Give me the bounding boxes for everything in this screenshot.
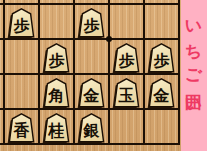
piece-pawn: 歩 bbox=[147, 43, 176, 73]
grid-line-horizontal bbox=[0, 38, 180, 40]
piece-gold: 金 bbox=[77, 78, 106, 108]
shogi-castle-diagram: 歩歩歩歩歩角金玉金香桂銀 いちご囲い bbox=[0, 0, 207, 151]
svg-text:歩: 歩 bbox=[48, 51, 65, 70]
piece-gold: 金 bbox=[147, 78, 176, 108]
svg-text:銀: 銀 bbox=[83, 121, 100, 140]
svg-text:玉: 玉 bbox=[118, 86, 135, 105]
piece-pawn: 歩 bbox=[7, 8, 36, 38]
svg-text:香: 香 bbox=[13, 121, 31, 140]
piece-lance: 香 bbox=[7, 113, 36, 143]
shogi-board: 歩歩歩歩歩角金玉金香桂銀 bbox=[0, 0, 181, 151]
grid-line-horizontal bbox=[0, 108, 180, 110]
svg-text:桂: 桂 bbox=[48, 121, 65, 140]
piece-king: 玉 bbox=[112, 78, 141, 108]
piece-knight: 桂 bbox=[42, 113, 71, 143]
grid-line-horizontal bbox=[0, 73, 180, 75]
grid-line-horizontal bbox=[0, 3, 180, 5]
svg-text:歩: 歩 bbox=[153, 51, 170, 70]
piece-pawn: 歩 bbox=[112, 43, 141, 73]
svg-text:角: 角 bbox=[48, 86, 65, 105]
hoshi-star-point bbox=[106, 36, 112, 42]
svg-text:金: 金 bbox=[83, 86, 100, 105]
svg-text:歩: 歩 bbox=[13, 16, 30, 35]
grid-line-horizontal bbox=[0, 143, 180, 145]
svg-text:金: 金 bbox=[153, 86, 170, 105]
piece-pawn: 歩 bbox=[42, 43, 71, 73]
piece-pawn: 歩 bbox=[77, 8, 106, 38]
piece-silver: 銀 bbox=[77, 113, 106, 143]
castle-name-sidebar: いちご囲い bbox=[181, 0, 207, 151]
castle-name-label: いちご囲い bbox=[181, 8, 207, 111]
piece-bishop: 角 bbox=[42, 78, 71, 108]
svg-text:歩: 歩 bbox=[118, 51, 135, 70]
svg-text:歩: 歩 bbox=[83, 16, 100, 35]
